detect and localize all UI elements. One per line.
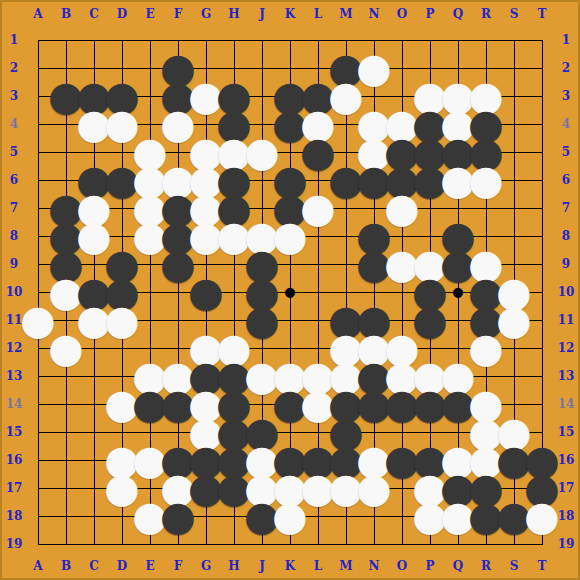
intersection-N16[interactable]: ● xyxy=(360,446,388,474)
intersection-C15[interactable] xyxy=(80,418,108,446)
intersection-H7[interactable]: ● xyxy=(220,194,248,222)
intersection-L13[interactable]: ● xyxy=(304,362,332,390)
intersection-E4[interactable] xyxy=(136,110,164,138)
intersection-C14[interactable] xyxy=(80,390,108,418)
intersection-J10[interactable]: ● xyxy=(248,278,276,306)
intersection-A3[interactable] xyxy=(24,82,52,110)
intersection-D13[interactable] xyxy=(108,362,136,390)
intersection-Q3[interactable]: ● xyxy=(444,82,472,110)
intersection-O10[interactable] xyxy=(388,278,416,306)
intersection-S15[interactable]: ● xyxy=(500,418,528,446)
intersection-T5[interactable] xyxy=(528,138,556,166)
intersection-R14[interactable]: ● xyxy=(472,390,500,418)
intersection-R2[interactable] xyxy=(472,54,500,82)
intersection-A15[interactable] xyxy=(24,418,52,446)
intersection-T14[interactable] xyxy=(528,390,556,418)
intersection-N8[interactable]: ● xyxy=(360,222,388,250)
intersection-O18[interactable] xyxy=(388,502,416,530)
intersection-C19[interactable] xyxy=(80,530,108,558)
intersection-A14[interactable] xyxy=(24,390,52,418)
intersection-Q16[interactable]: ● xyxy=(444,446,472,474)
intersection-O2[interactable] xyxy=(388,54,416,82)
intersection-A7[interactable] xyxy=(24,194,52,222)
intersection-T17[interactable]: ● xyxy=(528,474,556,502)
intersection-E13[interactable]: ● xyxy=(136,362,164,390)
intersection-S12[interactable] xyxy=(500,334,528,362)
intersection-H19[interactable] xyxy=(220,530,248,558)
intersection-B18[interactable] xyxy=(52,502,80,530)
intersection-C6[interactable]: ● xyxy=(80,166,108,194)
intersection-P4[interactable]: ● xyxy=(416,110,444,138)
intersection-T1[interactable] xyxy=(528,26,556,54)
intersection-A2[interactable] xyxy=(24,54,52,82)
intersection-O11[interactable] xyxy=(388,306,416,334)
intersection-B4[interactable] xyxy=(52,110,80,138)
intersection-N3[interactable] xyxy=(360,82,388,110)
intersection-L8[interactable] xyxy=(304,222,332,250)
intersection-A9[interactable] xyxy=(24,250,52,278)
intersection-M19[interactable] xyxy=(332,530,360,558)
intersection-M2[interactable]: ● xyxy=(332,54,360,82)
intersection-N5[interactable]: ● xyxy=(360,138,388,166)
intersection-C2[interactable] xyxy=(80,54,108,82)
intersection-D2[interactable] xyxy=(108,54,136,82)
intersection-S18[interactable]: ● xyxy=(500,502,528,530)
intersection-E18[interactable]: ● xyxy=(136,502,164,530)
intersection-O7[interactable]: ● xyxy=(388,194,416,222)
intersection-T13[interactable] xyxy=(528,362,556,390)
intersection-P14[interactable]: ● xyxy=(416,390,444,418)
intersection-N14[interactable]: ● xyxy=(360,390,388,418)
intersection-E1[interactable] xyxy=(136,26,164,54)
intersection-D4[interactable]: ● xyxy=(108,110,136,138)
intersection-A12[interactable] xyxy=(24,334,52,362)
intersection-J19[interactable] xyxy=(248,530,276,558)
intersection-P5[interactable]: ● xyxy=(416,138,444,166)
intersection-S1[interactable] xyxy=(500,26,528,54)
intersection-L7[interactable]: ● xyxy=(304,194,332,222)
intersection-K4[interactable]: ● xyxy=(276,110,304,138)
intersection-H8[interactable]: ● xyxy=(220,222,248,250)
intersection-L18[interactable] xyxy=(304,502,332,530)
intersection-B17[interactable] xyxy=(52,474,80,502)
intersection-E2[interactable] xyxy=(136,54,164,82)
intersection-P3[interactable]: ● xyxy=(416,82,444,110)
intersection-N12[interactable]: ● xyxy=(360,334,388,362)
intersection-J18[interactable]: ● xyxy=(248,502,276,530)
intersection-D19[interactable] xyxy=(108,530,136,558)
intersection-T3[interactable] xyxy=(528,82,556,110)
intersection-G11[interactable] xyxy=(192,306,220,334)
intersection-P6[interactable]: ● xyxy=(416,166,444,194)
intersection-D11[interactable]: ● xyxy=(108,306,136,334)
intersection-O1[interactable] xyxy=(388,26,416,54)
intersection-J11[interactable]: ● xyxy=(248,306,276,334)
intersection-O3[interactable] xyxy=(388,82,416,110)
intersection-T6[interactable] xyxy=(528,166,556,194)
intersection-O13[interactable]: ● xyxy=(388,362,416,390)
intersection-S14[interactable] xyxy=(500,390,528,418)
intersection-J14[interactable] xyxy=(248,390,276,418)
intersection-N18[interactable] xyxy=(360,502,388,530)
intersection-K8[interactable]: ● xyxy=(276,222,304,250)
intersection-F16[interactable]: ● xyxy=(164,446,192,474)
intersection-H2[interactable] xyxy=(220,54,248,82)
intersection-D9[interactable]: ● xyxy=(108,250,136,278)
intersection-G16[interactable]: ● xyxy=(192,446,220,474)
intersection-S3[interactable] xyxy=(500,82,528,110)
intersection-T2[interactable] xyxy=(528,54,556,82)
intersection-P19[interactable] xyxy=(416,530,444,558)
intersection-G18[interactable] xyxy=(192,502,220,530)
intersection-F4[interactable]: ● xyxy=(164,110,192,138)
intersection-F18[interactable]: ● xyxy=(164,502,192,530)
intersection-O5[interactable]: ● xyxy=(388,138,416,166)
intersection-B1[interactable] xyxy=(52,26,80,54)
intersection-C18[interactable] xyxy=(80,502,108,530)
intersection-G1[interactable] xyxy=(192,26,220,54)
intersection-R7[interactable] xyxy=(472,194,500,222)
intersection-H12[interactable]: ● xyxy=(220,334,248,362)
intersection-S7[interactable] xyxy=(500,194,528,222)
intersection-L12[interactable] xyxy=(304,334,332,362)
intersection-C13[interactable] xyxy=(80,362,108,390)
intersection-R15[interactable]: ● xyxy=(472,418,500,446)
intersection-L11[interactable] xyxy=(304,306,332,334)
intersection-L5[interactable]: ● xyxy=(304,138,332,166)
intersection-G9[interactable] xyxy=(192,250,220,278)
intersection-J2[interactable] xyxy=(248,54,276,82)
intersection-F6[interactable]: ● xyxy=(164,166,192,194)
intersection-R19[interactable] xyxy=(472,530,500,558)
intersection-D1[interactable] xyxy=(108,26,136,54)
intersection-B15[interactable] xyxy=(52,418,80,446)
intersection-J8[interactable]: ● xyxy=(248,222,276,250)
intersection-D15[interactable] xyxy=(108,418,136,446)
intersection-T12[interactable] xyxy=(528,334,556,362)
intersection-H9[interactable] xyxy=(220,250,248,278)
intersection-G2[interactable] xyxy=(192,54,220,82)
intersection-N4[interactable]: ● xyxy=(360,110,388,138)
intersection-L1[interactable] xyxy=(304,26,332,54)
intersection-G19[interactable] xyxy=(192,530,220,558)
intersection-S5[interactable] xyxy=(500,138,528,166)
intersection-R8[interactable] xyxy=(472,222,500,250)
intersection-B5[interactable] xyxy=(52,138,80,166)
intersection-M17[interactable]: ● xyxy=(332,474,360,502)
intersection-Q10[interactable] xyxy=(444,278,472,306)
intersection-J15[interactable]: ● xyxy=(248,418,276,446)
intersection-L2[interactable] xyxy=(304,54,332,82)
intersection-G10[interactable]: ● xyxy=(192,278,220,306)
intersection-O12[interactable]: ● xyxy=(388,334,416,362)
intersection-F19[interactable] xyxy=(164,530,192,558)
intersection-M8[interactable] xyxy=(332,222,360,250)
intersection-O15[interactable] xyxy=(388,418,416,446)
intersection-A13[interactable] xyxy=(24,362,52,390)
intersection-H16[interactable]: ● xyxy=(220,446,248,474)
intersection-B2[interactable] xyxy=(52,54,80,82)
intersection-E11[interactable] xyxy=(136,306,164,334)
intersection-M12[interactable]: ● xyxy=(332,334,360,362)
intersection-L17[interactable]: ● xyxy=(304,474,332,502)
intersection-P2[interactable] xyxy=(416,54,444,82)
intersection-O6[interactable]: ● xyxy=(388,166,416,194)
intersection-K16[interactable]: ● xyxy=(276,446,304,474)
intersection-R4[interactable]: ● xyxy=(472,110,500,138)
intersection-G4[interactable] xyxy=(192,110,220,138)
intersection-M3[interactable]: ● xyxy=(332,82,360,110)
intersection-D5[interactable] xyxy=(108,138,136,166)
intersection-A18[interactable] xyxy=(24,502,52,530)
intersection-A17[interactable] xyxy=(24,474,52,502)
intersection-O14[interactable]: ● xyxy=(388,390,416,418)
intersection-P12[interactable] xyxy=(416,334,444,362)
intersection-J3[interactable] xyxy=(248,82,276,110)
intersection-K12[interactable] xyxy=(276,334,304,362)
intersection-F2[interactable]: ● xyxy=(164,54,192,82)
intersection-A1[interactable] xyxy=(24,26,52,54)
intersection-P15[interactable] xyxy=(416,418,444,446)
intersection-F14[interactable]: ● xyxy=(164,390,192,418)
intersection-P16[interactable]: ● xyxy=(416,446,444,474)
intersection-A10[interactable] xyxy=(24,278,52,306)
intersection-C11[interactable]: ● xyxy=(80,306,108,334)
intersection-N19[interactable] xyxy=(360,530,388,558)
intersection-Q13[interactable]: ● xyxy=(444,362,472,390)
intersection-T4[interactable] xyxy=(528,110,556,138)
intersection-K6[interactable]: ● xyxy=(276,166,304,194)
intersection-O8[interactable] xyxy=(388,222,416,250)
intersection-R6[interactable]: ● xyxy=(472,166,500,194)
intersection-N1[interactable] xyxy=(360,26,388,54)
intersection-L10[interactable] xyxy=(304,278,332,306)
intersection-E6[interactable]: ● xyxy=(136,166,164,194)
intersection-L16[interactable]: ● xyxy=(304,446,332,474)
intersection-P9[interactable]: ● xyxy=(416,250,444,278)
intersection-E17[interactable] xyxy=(136,474,164,502)
intersection-K2[interactable] xyxy=(276,54,304,82)
intersection-M1[interactable] xyxy=(332,26,360,54)
intersection-L3[interactable]: ● xyxy=(304,82,332,110)
intersection-A8[interactable] xyxy=(24,222,52,250)
intersection-Q7[interactable] xyxy=(444,194,472,222)
intersection-L6[interactable] xyxy=(304,166,332,194)
intersection-G7[interactable]: ● xyxy=(192,194,220,222)
intersection-R13[interactable] xyxy=(472,362,500,390)
intersection-H18[interactable] xyxy=(220,502,248,530)
intersection-M13[interactable]: ● xyxy=(332,362,360,390)
intersection-H10[interactable] xyxy=(220,278,248,306)
intersection-Q11[interactable] xyxy=(444,306,472,334)
intersection-Q1[interactable] xyxy=(444,26,472,54)
intersection-B11[interactable] xyxy=(52,306,80,334)
intersection-E8[interactable]: ● xyxy=(136,222,164,250)
intersection-S2[interactable] xyxy=(500,54,528,82)
intersection-D12[interactable] xyxy=(108,334,136,362)
intersection-R3[interactable]: ● xyxy=(472,82,500,110)
intersection-L14[interactable]: ● xyxy=(304,390,332,418)
intersection-Q8[interactable]: ● xyxy=(444,222,472,250)
intersection-T8[interactable] xyxy=(528,222,556,250)
intersection-K19[interactable] xyxy=(276,530,304,558)
intersection-N13[interactable]: ● xyxy=(360,362,388,390)
intersection-C7[interactable]: ● xyxy=(80,194,108,222)
intersection-M18[interactable] xyxy=(332,502,360,530)
intersection-C8[interactable]: ● xyxy=(80,222,108,250)
intersection-R5[interactable]: ● xyxy=(472,138,500,166)
intersection-J7[interactable] xyxy=(248,194,276,222)
intersection-A16[interactable] xyxy=(24,446,52,474)
intersection-K14[interactable]: ● xyxy=(276,390,304,418)
intersection-P8[interactable] xyxy=(416,222,444,250)
intersection-F8[interactable]: ● xyxy=(164,222,192,250)
intersection-E16[interactable]: ● xyxy=(136,446,164,474)
intersection-E5[interactable]: ● xyxy=(136,138,164,166)
intersection-M9[interactable] xyxy=(332,250,360,278)
intersection-P13[interactable]: ● xyxy=(416,362,444,390)
intersection-L4[interactable]: ● xyxy=(304,110,332,138)
intersection-O9[interactable]: ● xyxy=(388,250,416,278)
intersection-H17[interactable]: ● xyxy=(220,474,248,502)
intersection-F15[interactable] xyxy=(164,418,192,446)
intersection-K10[interactable] xyxy=(276,278,304,306)
intersection-S6[interactable] xyxy=(500,166,528,194)
intersection-B8[interactable]: ● xyxy=(52,222,80,250)
intersection-R12[interactable]: ● xyxy=(472,334,500,362)
intersection-B13[interactable] xyxy=(52,362,80,390)
intersection-C12[interactable] xyxy=(80,334,108,362)
intersection-K5[interactable] xyxy=(276,138,304,166)
intersection-K11[interactable] xyxy=(276,306,304,334)
intersection-N6[interactable]: ● xyxy=(360,166,388,194)
intersection-B3[interactable]: ● xyxy=(52,82,80,110)
intersection-Q5[interactable]: ● xyxy=(444,138,472,166)
intersection-R10[interactable]: ● xyxy=(472,278,500,306)
intersection-J16[interactable]: ● xyxy=(248,446,276,474)
intersection-D8[interactable] xyxy=(108,222,136,250)
intersection-S9[interactable] xyxy=(500,250,528,278)
intersection-Q19[interactable] xyxy=(444,530,472,558)
intersection-E15[interactable] xyxy=(136,418,164,446)
intersection-F11[interactable] xyxy=(164,306,192,334)
intersection-J17[interactable]: ● xyxy=(248,474,276,502)
intersection-E12[interactable] xyxy=(136,334,164,362)
intersection-F7[interactable]: ● xyxy=(164,194,192,222)
intersection-P17[interactable]: ● xyxy=(416,474,444,502)
intersection-L9[interactable] xyxy=(304,250,332,278)
intersection-J13[interactable]: ● xyxy=(248,362,276,390)
intersection-K3[interactable]: ● xyxy=(276,82,304,110)
intersection-H4[interactable]: ● xyxy=(220,110,248,138)
intersection-O17[interactable] xyxy=(388,474,416,502)
intersection-B7[interactable]: ● xyxy=(52,194,80,222)
intersection-A19[interactable] xyxy=(24,530,52,558)
intersection-C4[interactable]: ● xyxy=(80,110,108,138)
intersection-N9[interactable]: ● xyxy=(360,250,388,278)
intersection-C1[interactable] xyxy=(80,26,108,54)
intersection-E10[interactable] xyxy=(136,278,164,306)
intersection-B12[interactable]: ● xyxy=(52,334,80,362)
intersection-L15[interactable] xyxy=(304,418,332,446)
intersection-K9[interactable] xyxy=(276,250,304,278)
intersection-M5[interactable] xyxy=(332,138,360,166)
intersection-E9[interactable] xyxy=(136,250,164,278)
intersection-L19[interactable] xyxy=(304,530,332,558)
intersection-E3[interactable] xyxy=(136,82,164,110)
intersection-D18[interactable] xyxy=(108,502,136,530)
intersection-M6[interactable]: ● xyxy=(332,166,360,194)
intersection-B14[interactable] xyxy=(52,390,80,418)
intersection-R1[interactable] xyxy=(472,26,500,54)
intersection-H3[interactable]: ● xyxy=(220,82,248,110)
intersection-H6[interactable]: ● xyxy=(220,166,248,194)
intersection-C17[interactable] xyxy=(80,474,108,502)
intersection-N17[interactable]: ● xyxy=(360,474,388,502)
intersection-B9[interactable]: ● xyxy=(52,250,80,278)
intersection-S16[interactable]: ● xyxy=(500,446,528,474)
intersection-J5[interactable]: ● xyxy=(248,138,276,166)
intersection-E19[interactable] xyxy=(136,530,164,558)
intersection-P11[interactable]: ● xyxy=(416,306,444,334)
intersection-Q15[interactable] xyxy=(444,418,472,446)
intersection-B19[interactable] xyxy=(52,530,80,558)
intersection-C5[interactable] xyxy=(80,138,108,166)
intersection-O19[interactable] xyxy=(388,530,416,558)
intersection-N15[interactable] xyxy=(360,418,388,446)
intersection-S11[interactable]: ● xyxy=(500,306,528,334)
intersection-D17[interactable]: ● xyxy=(108,474,136,502)
intersection-Q17[interactable]: ● xyxy=(444,474,472,502)
intersection-K17[interactable]: ● xyxy=(276,474,304,502)
intersection-D14[interactable]: ● xyxy=(108,390,136,418)
intersection-R9[interactable]: ● xyxy=(472,250,500,278)
intersection-R17[interactable]: ● xyxy=(472,474,500,502)
intersection-D6[interactable]: ● xyxy=(108,166,136,194)
intersection-M10[interactable] xyxy=(332,278,360,306)
intersection-T16[interactable]: ● xyxy=(528,446,556,474)
intersection-G3[interactable]: ● xyxy=(192,82,220,110)
intersection-A4[interactable] xyxy=(24,110,52,138)
intersection-T9[interactable] xyxy=(528,250,556,278)
intersection-M11[interactable]: ● xyxy=(332,306,360,334)
intersection-Q12[interactable] xyxy=(444,334,472,362)
intersection-S4[interactable] xyxy=(500,110,528,138)
intersection-D10[interactable]: ● xyxy=(108,278,136,306)
intersection-S13[interactable] xyxy=(500,362,528,390)
intersection-K13[interactable]: ● xyxy=(276,362,304,390)
intersection-T15[interactable] xyxy=(528,418,556,446)
intersection-N11[interactable]: ● xyxy=(360,306,388,334)
intersection-G15[interactable]: ● xyxy=(192,418,220,446)
intersection-J1[interactable] xyxy=(248,26,276,54)
intersection-T19[interactable] xyxy=(528,530,556,558)
intersection-G8[interactable]: ● xyxy=(192,222,220,250)
intersection-P18[interactable]: ● xyxy=(416,502,444,530)
intersection-M16[interactable]: ● xyxy=(332,446,360,474)
intersection-C16[interactable] xyxy=(80,446,108,474)
intersection-Q14[interactable]: ● xyxy=(444,390,472,418)
intersection-K1[interactable] xyxy=(276,26,304,54)
intersection-J6[interactable] xyxy=(248,166,276,194)
intersection-F17[interactable]: ● xyxy=(164,474,192,502)
intersection-E14[interactable]: ● xyxy=(136,390,164,418)
intersection-M4[interactable] xyxy=(332,110,360,138)
intersection-K18[interactable]: ● xyxy=(276,502,304,530)
intersection-K7[interactable]: ● xyxy=(276,194,304,222)
intersection-M7[interactable] xyxy=(332,194,360,222)
intersection-O16[interactable]: ● xyxy=(388,446,416,474)
